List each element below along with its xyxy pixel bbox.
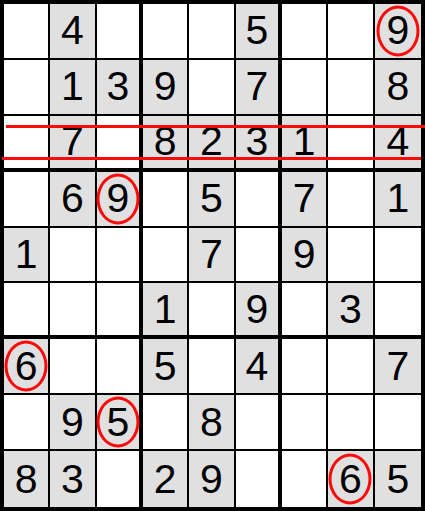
cell-digit: 1 <box>386 178 409 219</box>
cell-digit: 6 <box>15 346 38 387</box>
cell-r1c6[interactable]: 5 <box>236 4 282 60</box>
cell-r5c6[interactable] <box>236 228 282 284</box>
cell-r3c9[interactable]: 4 <box>375 116 421 172</box>
cell-digit: 3 <box>61 459 84 500</box>
cell-digit: 1 <box>293 121 316 162</box>
cell-r5c8[interactable] <box>328 228 374 284</box>
cell-r6c2[interactable] <box>50 283 96 339</box>
cell-r6c3[interactable] <box>97 283 143 339</box>
cell-digit: 7 <box>386 346 409 387</box>
cell-digit: 9 <box>106 178 129 219</box>
cell-r7c2[interactable] <box>50 339 96 395</box>
cell-digit: 9 <box>293 234 316 275</box>
sudoku-board: 45913978782314695711791936547958832965 <box>0 0 425 511</box>
cell-r6c4[interactable]: 1 <box>143 283 189 339</box>
cell-r8c6[interactable] <box>236 395 282 451</box>
cell-r4c9[interactable]: 1 <box>375 172 421 228</box>
cell-r4c7[interactable]: 7 <box>282 172 328 228</box>
cell-r7c9[interactable]: 7 <box>375 339 421 395</box>
cell-r6c9[interactable] <box>375 283 421 339</box>
cell-r9c7[interactable] <box>282 451 328 507</box>
cell-r5c7[interactable]: 9 <box>282 228 328 284</box>
cell-r1c9[interactable]: 9 <box>375 4 421 60</box>
cell-digit: 1 <box>154 289 177 330</box>
cell-r1c4[interactable] <box>143 4 189 60</box>
cell-r3c5[interactable]: 2 <box>189 116 235 172</box>
cell-digit: 5 <box>245 10 268 51</box>
cell-r4c6[interactable] <box>236 172 282 228</box>
cell-digit: 9 <box>386 10 409 51</box>
cell-r7c8[interactable] <box>328 339 374 395</box>
cell-r7c5[interactable] <box>189 339 235 395</box>
cell-r4c4[interactable] <box>143 172 189 228</box>
cell-r7c7[interactable] <box>282 339 328 395</box>
cell-r1c5[interactable] <box>189 4 235 60</box>
cell-digit: 7 <box>293 178 316 219</box>
cell-digit: 7 <box>200 234 223 275</box>
cell-r5c9[interactable] <box>375 228 421 284</box>
cell-r4c1[interactable] <box>4 172 50 228</box>
cell-r4c5[interactable]: 5 <box>189 172 235 228</box>
cell-r9c4[interactable]: 2 <box>143 451 189 507</box>
cell-digit: 5 <box>154 346 177 387</box>
cell-r1c3[interactable] <box>97 4 143 60</box>
cell-r4c8[interactable] <box>328 172 374 228</box>
cell-r9c5[interactable]: 9 <box>189 451 235 507</box>
cell-r8c3[interactable]: 5 <box>97 395 143 451</box>
cell-r2c1[interactable] <box>4 60 50 116</box>
cell-r4c3[interactable]: 9 <box>97 172 143 228</box>
cell-r8c2[interactable]: 9 <box>50 395 96 451</box>
cell-digit: 8 <box>386 66 409 107</box>
cell-r3c3[interactable] <box>97 116 143 172</box>
cell-r7c1[interactable]: 6 <box>4 339 50 395</box>
cell-digit: 1 <box>15 234 38 275</box>
cell-digit: 3 <box>245 121 268 162</box>
cell-r1c7[interactable] <box>282 4 328 60</box>
sudoku-grid: 45913978782314695711791936547958832965 <box>4 4 421 507</box>
cell-r8c5[interactable]: 8 <box>189 395 235 451</box>
cell-digit: 1 <box>61 66 84 107</box>
cell-r9c6[interactable] <box>236 451 282 507</box>
cell-r4c2[interactable]: 6 <box>50 172 96 228</box>
cell-r2c8[interactable] <box>328 60 374 116</box>
cell-digit: 8 <box>200 402 223 443</box>
cell-digit: 6 <box>61 178 84 219</box>
cell-r3c7[interactable]: 1 <box>282 116 328 172</box>
cell-r3c1[interactable] <box>4 116 50 172</box>
cell-r2c2[interactable]: 1 <box>50 60 96 116</box>
cell-r2c4[interactable]: 9 <box>143 60 189 116</box>
cell-r8c8[interactable] <box>328 395 374 451</box>
cell-r5c4[interactable] <box>143 228 189 284</box>
cell-digit: 3 <box>106 66 129 107</box>
cell-r9c8[interactable]: 6 <box>328 451 374 507</box>
cell-digit: 9 <box>61 402 84 443</box>
cell-r8c1[interactable] <box>4 395 50 451</box>
cell-r1c2[interactable]: 4 <box>50 4 96 60</box>
cell-digit: 2 <box>154 459 177 500</box>
cell-digit: 5 <box>386 459 409 500</box>
cell-r6c7[interactable] <box>282 283 328 339</box>
cell-digit: 9 <box>200 459 223 500</box>
cell-digit: 5 <box>106 402 129 443</box>
cell-r9c1[interactable]: 8 <box>4 451 50 507</box>
cell-digit: 7 <box>61 121 84 162</box>
cell-digit: 4 <box>386 121 409 162</box>
cell-r9c2[interactable]: 3 <box>50 451 96 507</box>
cell-r8c4[interactable] <box>143 395 189 451</box>
cell-r6c5[interactable] <box>189 283 235 339</box>
cell-digit: 7 <box>245 66 268 107</box>
cell-r9c9[interactable]: 5 <box>375 451 421 507</box>
cell-digit: 8 <box>15 459 38 500</box>
cell-digit: 5 <box>200 178 223 219</box>
cell-r1c8[interactable] <box>328 4 374 60</box>
cell-digit: 3 <box>339 289 362 330</box>
cell-r7c4[interactable]: 5 <box>143 339 189 395</box>
cell-r2c5[interactable] <box>189 60 235 116</box>
cell-r9c3[interactable] <box>97 451 143 507</box>
cell-r3c2[interactable]: 7 <box>50 116 96 172</box>
cell-r6c1[interactable] <box>4 283 50 339</box>
cell-r2c9[interactable]: 8 <box>375 60 421 116</box>
cell-r2c6[interactable]: 7 <box>236 60 282 116</box>
cell-r3c6[interactable]: 3 <box>236 116 282 172</box>
cell-r2c3[interactable]: 3 <box>97 60 143 116</box>
cell-digit: 8 <box>154 121 177 162</box>
cell-digit: 4 <box>245 346 268 387</box>
cell-r2c7[interactable] <box>282 60 328 116</box>
cell-digit: 6 <box>339 459 362 500</box>
cell-r6c6[interactable]: 9 <box>236 283 282 339</box>
cell-r5c1[interactable]: 1 <box>4 228 50 284</box>
cell-r3c8[interactable] <box>328 116 374 172</box>
cell-r5c3[interactable] <box>97 228 143 284</box>
cell-r8c9[interactable] <box>375 395 421 451</box>
cell-digit: 9 <box>245 289 268 330</box>
cell-r3c4[interactable]: 8 <box>143 116 189 172</box>
cell-r8c7[interactable] <box>282 395 328 451</box>
cell-r6c8[interactable]: 3 <box>328 283 374 339</box>
cell-r5c2[interactable] <box>50 228 96 284</box>
cell-digit: 2 <box>200 121 223 162</box>
cell-r1c1[interactable] <box>4 4 50 60</box>
cell-r5c5[interactable]: 7 <box>189 228 235 284</box>
cell-digit: 4 <box>61 10 84 51</box>
cell-r7c6[interactable]: 4 <box>236 339 282 395</box>
cell-r7c3[interactable] <box>97 339 143 395</box>
cell-digit: 9 <box>154 66 177 107</box>
